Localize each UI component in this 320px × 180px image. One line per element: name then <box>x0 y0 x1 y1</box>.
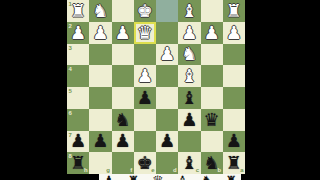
rank-label-4: 4 <box>69 66 72 72</box>
tray-black-queen-icon: ♛ <box>152 174 164 180</box>
file-label-b: b <box>218 167 222 173</box>
square-c4[interactable]: ♝ <box>178 65 200 87</box>
square-c6[interactable]: ♟ <box>178 109 200 131</box>
square-a2[interactable]: ♟ <box>223 22 245 44</box>
square-h1[interactable]: 1♜ <box>67 0 89 22</box>
screenshot-canvas: 1♜♞♚♝♜2♟♟♟♛♟♟♟3♟♞4♟♝5♟♝6♞♟♛7♟♟♟♟♟8h♜gfe♚… <box>0 0 320 180</box>
file-label-a: a <box>240 167 243 173</box>
square-d8[interactable]: d <box>156 152 178 174</box>
square-e2[interactable]: ♛ <box>134 22 156 44</box>
square-f4[interactable] <box>112 65 134 87</box>
file-label-g: g <box>106 167 110 173</box>
square-h5[interactable]: 5 <box>67 87 89 109</box>
square-g3[interactable] <box>89 44 111 66</box>
file-label-d: d <box>173 167 177 173</box>
tray-black-knight-icon: ♞ <box>201 174 213 180</box>
white-pawn[interactable]: ♟ <box>223 22 245 44</box>
square-h4[interactable]: 4 <box>67 65 89 87</box>
square-h6[interactable]: 6 <box>67 109 89 131</box>
square-c3[interactable]: ♞ <box>178 44 200 66</box>
square-b8[interactable]: b♞ <box>201 152 223 174</box>
white-queen[interactable]: ♛ <box>134 22 156 44</box>
file-label-f: f <box>130 167 132 173</box>
square-g4[interactable] <box>89 65 111 87</box>
square-g8[interactable]: g <box>89 152 111 174</box>
white-pawn[interactable]: ♟ <box>89 22 111 44</box>
white-knight[interactable]: ♞ <box>89 0 111 22</box>
square-c8[interactable]: c♝ <box>178 152 200 174</box>
white-pawn[interactable]: ♟ <box>178 22 200 44</box>
square-b6[interactable]: ♛ <box>201 109 223 131</box>
rank-label-8: 8 <box>69 153 72 159</box>
tray-black-pawn-icon: ♟ <box>103 174 115 180</box>
square-f5[interactable] <box>112 87 134 109</box>
square-a4[interactable] <box>223 65 245 87</box>
white-king[interactable]: ♚ <box>134 0 156 22</box>
white-bishop[interactable]: ♝ <box>178 65 200 87</box>
chess-board[interactable]: 1♜♞♚♝♜2♟♟♟♛♟♟♟3♟♞4♟♝5♟♝6♞♟♛7♟♟♟♟♟8h♜gfe♚… <box>67 0 245 174</box>
square-e6[interactable] <box>134 109 156 131</box>
square-d4[interactable] <box>156 65 178 87</box>
square-a5[interactable] <box>223 87 245 109</box>
square-a3[interactable] <box>223 44 245 66</box>
square-d1[interactable] <box>156 0 178 22</box>
tray-black-bishop-icon: ♝ <box>176 174 188 180</box>
square-g1[interactable]: ♞ <box>89 0 111 22</box>
file-label-h: h <box>84 167 88 173</box>
square-b2[interactable]: ♟ <box>201 22 223 44</box>
square-c1[interactable]: ♝ <box>178 0 200 22</box>
square-e4[interactable]: ♟ <box>134 65 156 87</box>
rank-label-6: 6 <box>69 110 72 116</box>
square-a1[interactable]: ♜ <box>223 0 245 22</box>
square-f8[interactable]: f <box>112 152 134 174</box>
rank-label-1: 1 <box>69 1 72 7</box>
square-h3[interactable]: 3 <box>67 44 89 66</box>
white-bishop[interactable]: ♝ <box>178 0 200 22</box>
square-h8[interactable]: 8h♜ <box>67 152 89 174</box>
black-pawn[interactable]: ♟ <box>89 131 111 153</box>
rank-label-7: 7 <box>69 132 72 138</box>
square-e7[interactable] <box>134 131 156 153</box>
file-label-e: e <box>151 167 154 173</box>
square-e3[interactable] <box>134 44 156 66</box>
white-pawn[interactable]: ♟ <box>112 22 134 44</box>
white-rook[interactable]: ♜ <box>223 0 245 22</box>
black-pawn[interactable]: ♟ <box>134 87 156 109</box>
square-a6[interactable] <box>223 109 245 131</box>
square-e1[interactable]: ♚ <box>134 0 156 22</box>
black-pawn[interactable]: ♟ <box>178 109 200 131</box>
black-knight[interactable]: ♞ <box>112 109 134 131</box>
square-c7[interactable] <box>178 131 200 153</box>
square-f1[interactable] <box>112 0 134 22</box>
rank-label-3: 3 <box>69 45 72 51</box>
square-g5[interactable] <box>89 87 111 109</box>
square-f3[interactable] <box>112 44 134 66</box>
square-b4[interactable] <box>201 65 223 87</box>
square-g6[interactable] <box>89 109 111 131</box>
square-d2[interactable] <box>156 22 178 44</box>
square-g7[interactable]: ♟ <box>89 131 111 153</box>
square-e5[interactable]: ♟ <box>134 87 156 109</box>
square-c2[interactable]: ♟ <box>178 22 200 44</box>
black-pawn[interactable]: ♟ <box>156 131 178 153</box>
captured-pieces-tray: ♟♜♛♝♞♜ <box>99 174 241 180</box>
white-pawn[interactable]: ♟ <box>134 65 156 87</box>
white-knight[interactable]: ♞ <box>178 44 200 66</box>
square-d3[interactable]: ♟ <box>156 44 178 66</box>
square-a8[interactable]: a♜ <box>223 152 245 174</box>
black-queen[interactable]: ♛ <box>201 109 223 131</box>
file-label-c: c <box>196 167 199 173</box>
square-d6[interactable] <box>156 109 178 131</box>
black-bishop[interactable]: ♝ <box>178 87 200 109</box>
rank-label-5: 5 <box>69 88 72 94</box>
square-g2[interactable]: ♟ <box>89 22 111 44</box>
white-pawn[interactable]: ♟ <box>156 44 178 66</box>
square-h2[interactable]: 2♟ <box>67 22 89 44</box>
square-d7[interactable]: ♟ <box>156 131 178 153</box>
white-pawn[interactable]: ♟ <box>201 22 223 44</box>
square-e8[interactable]: e♚ <box>134 152 156 174</box>
square-f2[interactable]: ♟ <box>112 22 134 44</box>
square-b7[interactable] <box>201 131 223 153</box>
black-pawn[interactable]: ♟ <box>223 131 245 153</box>
square-f7[interactable]: ♟ <box>112 131 134 153</box>
square-d5[interactable] <box>156 87 178 109</box>
square-h7[interactable]: 7♟ <box>67 131 89 153</box>
tray-black-rook-icon: ♜ <box>127 174 139 180</box>
rank-label-2: 2 <box>69 23 72 29</box>
square-b5[interactable] <box>201 87 223 109</box>
square-f6[interactable]: ♞ <box>112 109 134 131</box>
tray-black-rook-icon: ♜ <box>225 174 237 180</box>
square-b3[interactable] <box>201 44 223 66</box>
square-c5[interactable]: ♝ <box>178 87 200 109</box>
square-a7[interactable]: ♟ <box>223 131 245 153</box>
square-b1[interactable] <box>201 0 223 22</box>
black-pawn[interactable]: ♟ <box>112 131 134 153</box>
